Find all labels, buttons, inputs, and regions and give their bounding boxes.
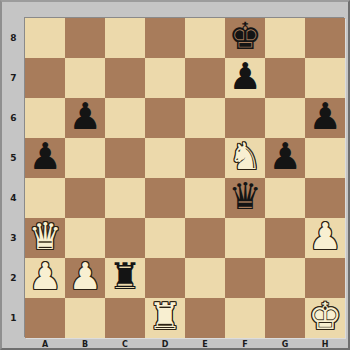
square-f3[interactable] xyxy=(225,218,265,258)
square-e4[interactable] xyxy=(185,178,225,218)
rank-label-4: 4 xyxy=(2,178,25,218)
rank-label-5: 5 xyxy=(2,138,25,178)
file-label-e: E xyxy=(185,338,225,350)
black-queen-f4[interactable]: ♛ xyxy=(228,178,261,217)
black-pawn-f7[interactable]: ♟ xyxy=(228,58,261,97)
square-h8[interactable] xyxy=(305,18,345,58)
file-label-h: H xyxy=(305,338,345,350)
white-pawn-h3[interactable]: ♟ xyxy=(308,218,341,257)
square-h1[interactable]: ♚ xyxy=(305,298,345,338)
square-f1[interactable] xyxy=(225,298,265,338)
square-a1[interactable] xyxy=(25,298,65,338)
square-d6[interactable] xyxy=(145,98,185,138)
square-a6[interactable] xyxy=(25,98,65,138)
black-pawn-a5[interactable]: ♟ xyxy=(28,138,61,177)
square-a4[interactable] xyxy=(25,178,65,218)
chess-board[interactable]: ♚♟♟♟♟♞♟♛♛♟♟♟♜♜♚ xyxy=(25,18,345,338)
rank-labels: 87654321 xyxy=(2,18,25,338)
file-label-b: B xyxy=(65,338,105,350)
white-rook-d1[interactable]: ♜ xyxy=(148,298,181,337)
square-d1[interactable]: ♜ xyxy=(145,298,185,338)
square-c6[interactable] xyxy=(105,98,145,138)
square-g5[interactable]: ♟ xyxy=(265,138,305,178)
black-pawn-h6[interactable]: ♟ xyxy=(308,98,341,137)
white-queen-a3[interactable]: ♛ xyxy=(28,218,61,257)
square-c8[interactable] xyxy=(105,18,145,58)
square-a8[interactable] xyxy=(25,18,65,58)
square-h4[interactable] xyxy=(305,178,345,218)
white-pawn-b2[interactable]: ♟ xyxy=(68,258,101,297)
rank-label-7: 7 xyxy=(2,58,25,98)
square-f8[interactable]: ♚ xyxy=(225,18,265,58)
rank-label-8: 8 xyxy=(2,18,25,58)
rank-label-1: 1 xyxy=(2,298,25,338)
white-knight-f5[interactable]: ♞ xyxy=(228,138,261,177)
square-f2[interactable] xyxy=(225,258,265,298)
square-c3[interactable] xyxy=(105,218,145,258)
square-e8[interactable] xyxy=(185,18,225,58)
square-f5[interactable]: ♞ xyxy=(225,138,265,178)
file-label-f: F xyxy=(225,338,265,350)
square-a2[interactable]: ♟ xyxy=(25,258,65,298)
square-b6[interactable]: ♟ xyxy=(65,98,105,138)
square-e1[interactable] xyxy=(185,298,225,338)
square-c7[interactable] xyxy=(105,58,145,98)
black-king-f8[interactable]: ♚ xyxy=(228,18,261,57)
square-g4[interactable] xyxy=(265,178,305,218)
square-f6[interactable] xyxy=(225,98,265,138)
file-labels: ABCDEFGH xyxy=(25,338,345,350)
square-h3[interactable]: ♟ xyxy=(305,218,345,258)
square-b3[interactable] xyxy=(65,218,105,258)
file-label-c: C xyxy=(105,338,145,350)
square-f4[interactable]: ♛ xyxy=(225,178,265,218)
square-e7[interactable] xyxy=(185,58,225,98)
rank-label-2: 2 xyxy=(2,258,25,298)
square-d5[interactable] xyxy=(145,138,185,178)
square-h7[interactable] xyxy=(305,58,345,98)
square-d2[interactable] xyxy=(145,258,185,298)
file-label-g: G xyxy=(265,338,305,350)
square-g2[interactable] xyxy=(265,258,305,298)
square-g7[interactable] xyxy=(265,58,305,98)
square-e6[interactable] xyxy=(185,98,225,138)
square-c5[interactable] xyxy=(105,138,145,178)
white-pawn-a2[interactable]: ♟ xyxy=(28,258,61,297)
square-f7[interactable]: ♟ xyxy=(225,58,265,98)
black-rook-c2[interactable]: ♜ xyxy=(108,258,141,297)
square-b4[interactable] xyxy=(65,178,105,218)
square-h6[interactable]: ♟ xyxy=(305,98,345,138)
square-c2[interactable]: ♜ xyxy=(105,258,145,298)
square-g8[interactable] xyxy=(265,18,305,58)
square-d7[interactable] xyxy=(145,58,185,98)
square-d8[interactable] xyxy=(145,18,185,58)
square-c4[interactable] xyxy=(105,178,145,218)
black-pawn-g5[interactable]: ♟ xyxy=(268,138,301,177)
file-label-d: D xyxy=(145,338,185,350)
file-label-a: A xyxy=(25,338,65,350)
square-a7[interactable] xyxy=(25,58,65,98)
white-king-h1[interactable]: ♚ xyxy=(308,298,341,337)
square-g3[interactable] xyxy=(265,218,305,258)
square-e3[interactable] xyxy=(185,218,225,258)
square-b7[interactable] xyxy=(65,58,105,98)
square-b2[interactable]: ♟ xyxy=(65,258,105,298)
chess-board-frame: 87654321 ♚♟♟♟♟♞♟♛♛♟♟♟♜♜♚ ABCDEFGH xyxy=(0,0,350,350)
square-b8[interactable] xyxy=(65,18,105,58)
square-a5[interactable]: ♟ xyxy=(25,138,65,178)
square-d4[interactable] xyxy=(145,178,185,218)
square-c1[interactable] xyxy=(105,298,145,338)
rank-label-3: 3 xyxy=(2,218,25,258)
square-e5[interactable] xyxy=(185,138,225,178)
black-pawn-b6[interactable]: ♟ xyxy=(68,98,101,137)
square-g1[interactable] xyxy=(265,298,305,338)
square-h2[interactable] xyxy=(305,258,345,298)
square-g6[interactable] xyxy=(265,98,305,138)
square-d3[interactable] xyxy=(145,218,185,258)
square-b1[interactable] xyxy=(65,298,105,338)
rank-label-6: 6 xyxy=(2,98,25,138)
square-a3[interactable]: ♛ xyxy=(25,218,65,258)
square-h5[interactable] xyxy=(305,138,345,178)
square-e2[interactable] xyxy=(185,258,225,298)
square-b5[interactable] xyxy=(65,138,105,178)
